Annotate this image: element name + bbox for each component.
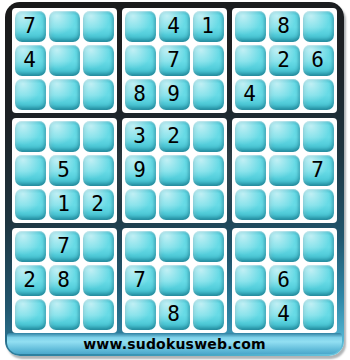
cell-r2c1[interactable]: 4: [15, 45, 46, 76]
box-r2c1: 512: [12, 118, 117, 223]
cell-r6c6[interactable]: [193, 189, 224, 220]
cell-r7c9[interactable]: [303, 231, 334, 262]
cell-r2c5[interactable]: 7: [159, 45, 190, 76]
cell-r5c7[interactable]: [235, 155, 266, 186]
cell-r4c9[interactable]: [303, 121, 334, 152]
cell-r4c1[interactable]: [15, 121, 46, 152]
cell-r3c1[interactable]: [15, 79, 46, 110]
cell-r3c9[interactable]: [303, 79, 334, 110]
cell-r2c8[interactable]: 2: [269, 45, 300, 76]
cell-r6c8[interactable]: [269, 189, 300, 220]
cell-r4c8[interactable]: [269, 121, 300, 152]
cell-r8c9[interactable]: [303, 265, 334, 296]
cell-r9c9[interactable]: [303, 299, 334, 330]
cell-r6c3[interactable]: 2: [83, 189, 114, 220]
cell-r9c4[interactable]: [125, 299, 156, 330]
cell-r6c5[interactable]: [159, 189, 190, 220]
cell-r3c5[interactable]: 9: [159, 79, 190, 110]
cell-r1c3[interactable]: [83, 11, 114, 42]
puzzle-frame: 7441789826451232977287864 www.sudokusweb…: [5, 2, 344, 356]
cell-r2c3[interactable]: [83, 45, 114, 76]
cell-r9c3[interactable]: [83, 299, 114, 330]
cell-r6c1[interactable]: [15, 189, 46, 220]
cell-r1c8[interactable]: 8: [269, 11, 300, 42]
cell-r6c7[interactable]: [235, 189, 266, 220]
cell-r7c4[interactable]: [125, 231, 156, 262]
cell-r3c2[interactable]: [49, 79, 80, 110]
cell-r5c4[interactable]: 9: [125, 155, 156, 186]
cell-r5c9[interactable]: 7: [303, 155, 334, 186]
cell-r8c6[interactable]: [193, 265, 224, 296]
cell-r8c1[interactable]: 2: [15, 265, 46, 296]
cell-r2c6[interactable]: [193, 45, 224, 76]
cell-r5c1[interactable]: [15, 155, 46, 186]
box-r1c1: 74: [12, 8, 117, 113]
cell-r8c8[interactable]: 6: [269, 265, 300, 296]
cell-r4c4[interactable]: 3: [125, 121, 156, 152]
cell-r8c3[interactable]: [83, 265, 114, 296]
cell-r1c7[interactable]: [235, 11, 266, 42]
cell-r1c5[interactable]: 4: [159, 11, 190, 42]
cell-r6c9[interactable]: [303, 189, 334, 220]
box-r3c3: 64: [232, 228, 337, 333]
cell-r3c7[interactable]: 4: [235, 79, 266, 110]
cell-r8c7[interactable]: [235, 265, 266, 296]
cell-r7c7[interactable]: [235, 231, 266, 262]
box-r1c3: 8264: [232, 8, 337, 113]
cell-r7c1[interactable]: [15, 231, 46, 262]
cell-r2c9[interactable]: 6: [303, 45, 334, 76]
cell-r4c7[interactable]: [235, 121, 266, 152]
cell-r8c4[interactable]: 7: [125, 265, 156, 296]
site-url-link[interactable]: www.sudokusweb.com: [83, 336, 266, 352]
sudoku-board: 7441789826451232977287864: [12, 8, 337, 333]
cell-r5c5[interactable]: [159, 155, 190, 186]
cell-r1c4[interactable]: [125, 11, 156, 42]
cell-r7c8[interactable]: [269, 231, 300, 262]
cell-r3c6[interactable]: [193, 79, 224, 110]
cell-r8c2[interactable]: 8: [49, 265, 80, 296]
cell-r4c5[interactable]: 2: [159, 121, 190, 152]
cell-r9c1[interactable]: [15, 299, 46, 330]
cell-r5c2[interactable]: 5: [49, 155, 80, 186]
cell-r8c5[interactable]: [159, 265, 190, 296]
cell-r1c1[interactable]: 7: [15, 11, 46, 42]
cell-r3c8[interactable]: [269, 79, 300, 110]
cell-r3c4[interactable]: 8: [125, 79, 156, 110]
box-r2c2: 329: [122, 118, 227, 223]
cell-r6c2[interactable]: 1: [49, 189, 80, 220]
cell-r9c8[interactable]: 4: [269, 299, 300, 330]
cell-r4c3[interactable]: [83, 121, 114, 152]
cell-r9c7[interactable]: [235, 299, 266, 330]
cell-r5c8[interactable]: [269, 155, 300, 186]
cell-r1c2[interactable]: [49, 11, 80, 42]
box-r3c2: 78: [122, 228, 227, 333]
cell-r7c6[interactable]: [193, 231, 224, 262]
cell-r5c3[interactable]: [83, 155, 114, 186]
cell-r2c4[interactable]: [125, 45, 156, 76]
cell-r7c2[interactable]: 7: [49, 231, 80, 262]
box-r1c2: 41789: [122, 8, 227, 113]
cell-r3c3[interactable]: [83, 79, 114, 110]
cell-r4c6[interactable]: [193, 121, 224, 152]
box-r2c3: 7: [232, 118, 337, 223]
cell-r1c6[interactable]: 1: [193, 11, 224, 42]
box-r3c1: 728: [12, 228, 117, 333]
cell-r5c6[interactable]: [193, 155, 224, 186]
cell-r9c2[interactable]: [49, 299, 80, 330]
cell-r9c5[interactable]: 8: [159, 299, 190, 330]
cell-r2c7[interactable]: [235, 45, 266, 76]
cell-r4c2[interactable]: [49, 121, 80, 152]
cell-r6c4[interactable]: [125, 189, 156, 220]
cell-r7c3[interactable]: [83, 231, 114, 262]
page: 7441789826451232977287864 www.sudokusweb…: [0, 0, 350, 360]
cell-r1c9[interactable]: [303, 11, 334, 42]
cell-r9c6[interactable]: [193, 299, 224, 330]
footer-bar: www.sudokusweb.com: [7, 333, 342, 354]
cell-r7c5[interactable]: [159, 231, 190, 262]
cell-r2c2[interactable]: [49, 45, 80, 76]
